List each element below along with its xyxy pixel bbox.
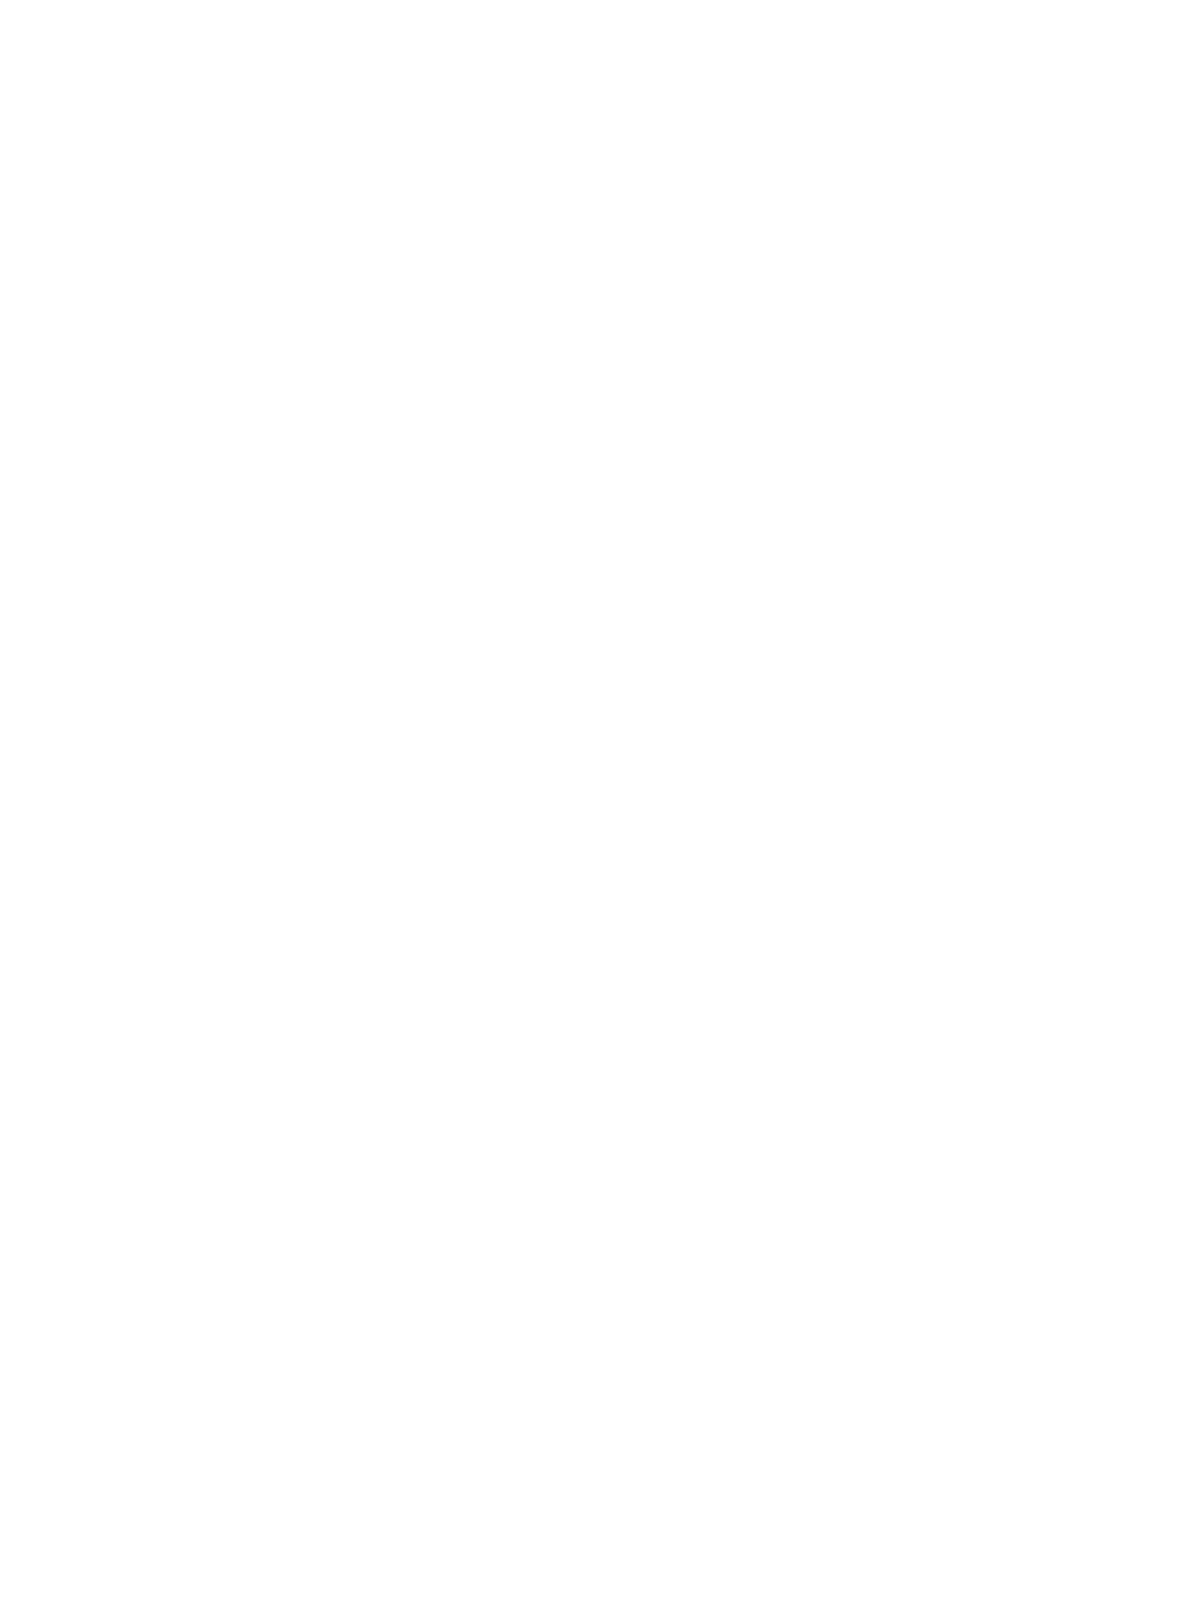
product-photo-canvas: { "game": "chess", "scene": { "type": "p…: [0, 0, 1200, 1600]
chess-set-scene: [0, 0, 1200, 1600]
